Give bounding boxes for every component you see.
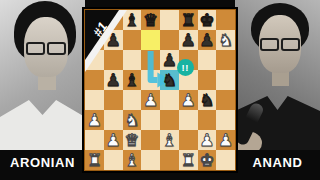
square-e8[interactable] (160, 10, 179, 30)
white-knight: ♞ (124, 112, 139, 129)
square-g1[interactable]: ♚ (198, 150, 217, 170)
black-rook: ♜ (181, 12, 196, 29)
square-d7[interactable] (141, 30, 160, 50)
white-knight: ♞ (218, 32, 233, 49)
black-pawn: ♟ (181, 32, 196, 49)
black-knight: ♞ (162, 72, 177, 89)
square-b7[interactable]: ♟ (104, 30, 123, 50)
square-e3[interactable] (160, 110, 179, 130)
white-queen: ♛ (124, 132, 139, 149)
shirt (0, 100, 85, 150)
square-g4[interactable]: ♞ (198, 90, 217, 110)
square-c8[interactable]: ♝ (123, 10, 142, 30)
square-f7[interactable]: ♟ (179, 30, 198, 50)
square-h2[interactable]: ♟ (216, 130, 235, 150)
square-a7[interactable] (85, 30, 104, 50)
black-pawn: ♟ (106, 32, 121, 49)
white-bishop: ♝ (124, 152, 139, 169)
square-h5[interactable] (216, 70, 235, 90)
player-photo-right (235, 0, 320, 150)
square-b2[interactable]: ♟ (104, 130, 123, 150)
white-pawn: ♟ (87, 112, 102, 129)
white-pawn: ♟ (143, 92, 158, 109)
square-a4[interactable] (85, 90, 104, 110)
square-f8[interactable]: ♜ (179, 10, 198, 30)
square-d1[interactable] (141, 150, 160, 170)
square-f1[interactable]: ♜ (179, 150, 198, 170)
black-king: ♚ (199, 12, 214, 29)
square-d3[interactable] (141, 110, 160, 130)
chess-board: !! #1 ♝♛♜♚♟♟♟♞♟♟♝♞♟♟♞♟♞♟♛♝♟♟♜♝♜♚ (85, 10, 235, 170)
glasses (26, 42, 66, 53)
square-g5[interactable] (198, 70, 217, 90)
black-queen: ♛ (143, 12, 158, 29)
square-h3[interactable] (216, 110, 235, 130)
player-photo-left (0, 0, 85, 150)
square-b8[interactable] (104, 10, 123, 30)
square-g3[interactable] (198, 110, 217, 130)
white-pawn: ♟ (181, 92, 196, 109)
white-pawn: ♟ (106, 132, 121, 149)
square-c1[interactable]: ♝ (123, 150, 142, 170)
black-bishop: ♝ (124, 72, 139, 89)
black-pawn: ♟ (106, 72, 121, 89)
square-c2[interactable]: ♛ (123, 130, 142, 150)
black-bishop: ♝ (124, 12, 139, 29)
square-b3[interactable] (104, 110, 123, 130)
player-name-right: ANAND (235, 150, 320, 174)
square-e7[interactable] (160, 30, 179, 50)
square-e5[interactable]: ♞ (160, 70, 179, 90)
white-pawn: ♟ (218, 132, 233, 149)
black-pawn: ♟ (162, 52, 177, 69)
square-d5[interactable] (141, 70, 160, 90)
square-b5[interactable]: ♟ (104, 70, 123, 90)
square-g6[interactable] (198, 50, 217, 70)
square-c5[interactable]: ♝ (123, 70, 142, 90)
player-name-left: ARONIAN (0, 150, 85, 174)
square-h1[interactable] (216, 150, 235, 170)
square-h8[interactable] (216, 10, 235, 30)
brilliant-move-badge: !! (177, 59, 194, 76)
square-a5[interactable] (85, 70, 104, 90)
square-e2[interactable]: ♝ (160, 130, 179, 150)
white-rook: ♜ (181, 152, 196, 169)
square-a6[interactable] (85, 50, 104, 70)
white-rook: ♜ (87, 152, 102, 169)
glasses (260, 38, 300, 49)
square-e4[interactable] (160, 90, 179, 110)
square-d6[interactable] (141, 50, 160, 70)
square-g2[interactable]: ♟ (198, 130, 217, 150)
square-d4[interactable]: ♟ (141, 90, 160, 110)
square-h7[interactable]: ♞ (216, 30, 235, 50)
white-bishop: ♝ (162, 132, 177, 149)
square-a3[interactable]: ♟ (85, 110, 104, 130)
square-b6[interactable] (104, 50, 123, 70)
black-pawn: ♟ (199, 32, 214, 49)
square-f2[interactable] (179, 130, 198, 150)
square-g7[interactable]: ♟ (198, 30, 217, 50)
square-a8[interactable] (85, 10, 104, 30)
square-f4[interactable]: ♟ (179, 90, 198, 110)
square-c3[interactable]: ♞ (123, 110, 142, 130)
white-pawn: ♟ (199, 132, 214, 149)
square-b1[interactable] (104, 150, 123, 170)
square-h6[interactable] (216, 50, 235, 70)
square-e6[interactable]: ♟ (160, 50, 179, 70)
square-h4[interactable] (216, 90, 235, 110)
thumbnail-stage: ARONIAN ANAND !! #1 ♝♛♜♚♟♟♟♞♟♟♝♞♟♟♞♟♞♟♛♝… (0, 0, 320, 180)
square-a2[interactable] (85, 130, 104, 150)
square-d2[interactable] (141, 130, 160, 150)
square-d8[interactable]: ♛ (141, 10, 160, 30)
square-f3[interactable] (179, 110, 198, 130)
square-e1[interactable] (160, 150, 179, 170)
white-king: ♚ (199, 152, 214, 169)
square-c6[interactable] (123, 50, 142, 70)
square-a1[interactable]: ♜ (85, 150, 104, 170)
black-knight: ♞ (199, 92, 214, 109)
square-g8[interactable]: ♚ (198, 10, 217, 30)
square-c4[interactable] (123, 90, 142, 110)
square-b4[interactable] (104, 90, 123, 110)
square-c7[interactable] (123, 30, 142, 50)
